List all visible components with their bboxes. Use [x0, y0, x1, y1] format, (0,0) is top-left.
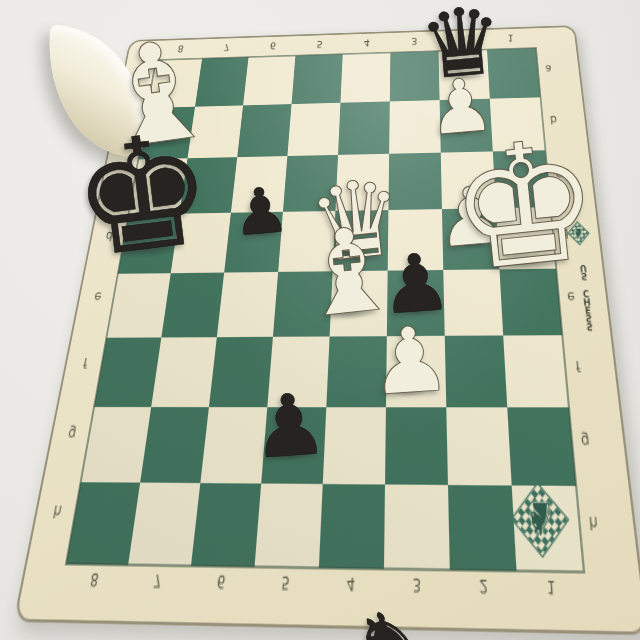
square-d4[interactable] — [333, 210, 389, 271]
square-b4[interactable] — [338, 101, 390, 154]
coord-label-num-6: 6 — [269, 40, 276, 52]
square-g7[interactable] — [140, 407, 209, 483]
square-b7[interactable] — [188, 105, 244, 158]
square-d7[interactable] — [171, 213, 231, 273]
square-b3[interactable] — [389, 100, 441, 154]
square-e6[interactable] — [217, 272, 278, 337]
square-e4[interactable] — [330, 271, 388, 337]
square-d5[interactable] — [278, 211, 335, 272]
coord-label-num-3: 3 — [413, 574, 422, 596]
coord-label-letter-a: a — [545, 63, 553, 75]
knight-logo-icon: ♞ — [573, 225, 585, 240]
square-f4[interactable] — [326, 336, 387, 407]
coord-label-num-2: 2 — [459, 34, 466, 46]
square-a7[interactable] — [195, 57, 249, 107]
coord-label-num-3: 3 — [411, 35, 417, 47]
square-h2[interactable] — [448, 485, 517, 571]
square-g8[interactable] — [81, 407, 152, 483]
square-b6[interactable] — [237, 104, 291, 157]
square-d3[interactable] — [388, 209, 444, 271]
square-g2[interactable] — [446, 407, 511, 485]
coord-label-num-4: 4 — [364, 37, 370, 49]
square-f5[interactable] — [267, 336, 329, 407]
square-a1[interactable] — [487, 48, 540, 99]
square-f1[interactable] — [503, 335, 569, 407]
square-b1[interactable] — [490, 97, 546, 151]
square-f6[interactable] — [209, 337, 273, 407]
square-c4[interactable] — [335, 154, 389, 211]
coord-label-num-2: 2 — [479, 575, 489, 597]
square-b2[interactable] — [440, 99, 493, 153]
square-g3[interactable] — [385, 407, 448, 485]
coord-label-letter-c: c — [555, 167, 563, 181]
square-c1[interactable] — [493, 150, 551, 208]
square-h4[interactable] — [319, 484, 385, 569]
square-c3[interactable] — [388, 153, 442, 210]
square-a2[interactable] — [439, 50, 490, 101]
square-a6[interactable] — [243, 56, 295, 106]
square-h6[interactable] — [191, 483, 261, 567]
coord-label-letter-b: b — [549, 113, 557, 126]
square-d8[interactable] — [118, 214, 180, 274]
square-g5[interactable] — [261, 407, 326, 484]
coord-label-letter-e: e — [567, 289, 576, 305]
square-g1[interactable] — [507, 407, 576, 486]
square-d1[interactable] — [496, 207, 556, 269]
square-c5[interactable] — [283, 155, 338, 212]
coord-label-num-1: 1 — [546, 576, 556, 599]
coord-label-num-5: 5 — [316, 38, 323, 50]
square-a4[interactable] — [340, 53, 390, 103]
square-f3[interactable] — [386, 336, 446, 407]
square-e3[interactable] — [387, 270, 445, 336]
coord-label-num-5: 5 — [281, 572, 291, 594]
coord-label-num-1: 1 — [507, 32, 514, 44]
square-a8[interactable] — [147, 59, 202, 108]
square-f2[interactable] — [445, 335, 508, 407]
square-c6[interactable] — [231, 156, 287, 213]
square-e5[interactable] — [273, 271, 333, 337]
square-e8[interactable] — [106, 273, 170, 338]
square-b5[interactable] — [287, 103, 340, 156]
square-h5[interactable] — [255, 484, 323, 568]
coord-label-num-4: 4 — [346, 573, 355, 595]
square-e1[interactable] — [499, 269, 562, 336]
square-g6[interactable] — [200, 407, 267, 483]
knight-logo-icon: ♞ — [523, 493, 558, 545]
square-d6[interactable] — [224, 212, 283, 273]
square-g4[interactable] — [323, 407, 386, 484]
table-surface: 8765432187654321abcdefghabcdefgh ♞ ♞ US … — [0, 0, 640, 640]
square-e2[interactable] — [443, 269, 503, 336]
square-c7[interactable] — [179, 157, 237, 213]
square-e7[interactable] — [161, 273, 224, 338]
square-h3[interactable] — [384, 485, 450, 570]
square-f8[interactable] — [94, 337, 161, 407]
square-a5[interactable] — [292, 54, 343, 104]
square-d2[interactable] — [442, 208, 500, 270]
square-c2[interactable] — [441, 151, 496, 209]
square-a3[interactable] — [390, 51, 440, 101]
square-c8[interactable] — [128, 158, 187, 214]
square-b8[interactable] — [138, 107, 195, 160]
square-f7[interactable] — [151, 337, 217, 407]
square-h7[interactable] — [128, 483, 200, 566]
